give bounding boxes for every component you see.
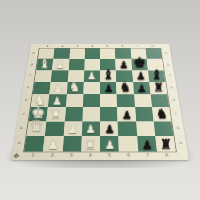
file-label-left-f: f xyxy=(26,70,34,82)
rank-label-bottom-2: 2 xyxy=(42,153,62,158)
square-b3[interactable]: ♟ xyxy=(63,121,82,136)
square-b7[interactable] xyxy=(136,121,155,136)
square-g4[interactable] xyxy=(84,59,100,70)
square-c4[interactable] xyxy=(82,107,100,121)
photo-background: ♝♟♟♚♟♝♟♝♟♞♟♞♟♜♞♟♚♜♟♞♛♟♟♟♟♜♟♟♜ 12345678 1… xyxy=(0,0,200,200)
square-a5[interactable]: ♟ xyxy=(100,136,119,152)
file-label-right-d: d xyxy=(170,94,178,107)
piece-black-rook-a8[interactable]: ♜ xyxy=(160,137,172,150)
rank-label-top-8: 8 xyxy=(145,45,160,48)
coordinate-labels-top: 12345678 xyxy=(40,45,161,48)
piece-black-pawn-e5[interactable]: ♟ xyxy=(104,83,113,93)
square-g2[interactable]: ♟ xyxy=(52,59,69,70)
square-c3[interactable] xyxy=(64,107,82,121)
file-label-right-b: b xyxy=(174,121,183,136)
square-c8[interactable]: ♞ xyxy=(152,107,171,121)
rank-label-top-4: 4 xyxy=(85,45,100,48)
piece-black-bishop-f5[interactable]: ♝ xyxy=(102,68,113,81)
square-g3[interactable] xyxy=(68,59,84,70)
square-d4[interactable] xyxy=(83,94,100,107)
board-squares: ♝♟♟♚♟♝♟♝♟♞♟♞♟♜♞♟♚♜♟♞♛♟♟♟♟♜♟♟♜ xyxy=(24,48,175,151)
rank-label-bottom-5: 5 xyxy=(100,153,119,158)
square-a3[interactable] xyxy=(62,136,82,152)
file-label-right-h: h xyxy=(163,48,170,59)
square-c7[interactable] xyxy=(135,107,154,121)
square-b8[interactable] xyxy=(153,121,173,136)
file-label-right-c: c xyxy=(172,107,181,121)
piece-white-bishop-g1[interactable]: ♝ xyxy=(39,57,50,69)
rank-label-bottom-4: 4 xyxy=(81,153,100,158)
file-label-right-f: f xyxy=(166,70,174,82)
piece-black-rook-e8[interactable]: ♜ xyxy=(153,82,164,94)
piece-white-pawn-a2[interactable]: ♟ xyxy=(47,139,58,151)
piece-black-knight-e6[interactable]: ♞ xyxy=(120,81,131,94)
piece-white-pawn-b3[interactable]: ♟ xyxy=(67,124,77,135)
square-b1[interactable]: ♛ xyxy=(27,121,47,136)
square-f1[interactable] xyxy=(35,70,53,82)
rank-label-bottom-8: 8 xyxy=(157,153,177,158)
square-c5[interactable] xyxy=(100,107,118,121)
rank-label-top-5: 5 xyxy=(100,45,115,48)
square-f7[interactable]: ♟ xyxy=(132,70,149,82)
square-h5[interactable] xyxy=(100,48,116,59)
board-brand-logo-icon: ❖ xyxy=(12,153,20,160)
square-b4[interactable]: ♟ xyxy=(82,121,100,136)
rank-label-bottom-6: 6 xyxy=(119,153,138,158)
square-b2[interactable] xyxy=(45,121,64,136)
square-e2[interactable]: ♟ xyxy=(50,82,68,94)
square-c6[interactable]: ♟ xyxy=(117,107,135,121)
rank-label-bottom-1: 1 xyxy=(23,153,43,158)
piece-white-rook-a4[interactable]: ♜ xyxy=(85,137,97,150)
piece-black-pawn-a7[interactable]: ♟ xyxy=(142,139,153,151)
square-e5[interactable]: ♟ xyxy=(100,82,117,94)
square-e8[interactable]: ♜ xyxy=(149,82,167,94)
chessboard: ♝♟♟♚♟♝♟♝♟♞♟♞♟♜♞♟♚♜♟♞♛♟♟♟♟♜♟♟♜ 12345678 1… xyxy=(11,44,189,160)
square-b5[interactable]: ♟ xyxy=(100,121,118,136)
square-g7[interactable]: ♚ xyxy=(131,59,148,70)
square-f2[interactable] xyxy=(51,70,68,82)
file-label-right-a: a xyxy=(176,136,185,152)
rank-label-top-2: 2 xyxy=(55,45,70,48)
square-h2[interactable] xyxy=(53,48,69,59)
piece-white-pawn-f4[interactable]: ♟ xyxy=(87,71,96,81)
piece-black-pawn-b5[interactable]: ♟ xyxy=(104,124,114,135)
square-a6[interactable] xyxy=(118,136,138,152)
piece-white-pawn-d2[interactable]: ♟ xyxy=(52,96,62,107)
piece-black-pawn-c6[interactable]: ♟ xyxy=(122,109,132,120)
square-a1[interactable] xyxy=(24,136,45,152)
square-d7[interactable] xyxy=(134,94,152,107)
piece-white-pawn-g2[interactable]: ♟ xyxy=(56,60,65,70)
board-border: ♝♟♟♚♟♝♟♝♟♞♟♞♟♜♞♟♚♜♟♞♛♟♟♟♟♜♟♟♜ 12345678 1… xyxy=(11,44,189,160)
file-label-left-e: e xyxy=(24,82,32,94)
piece-white-pawn-a5[interactable]: ♟ xyxy=(104,139,115,151)
piece-black-pawn-g6[interactable]: ♟ xyxy=(119,60,128,70)
piece-black-knight-c8[interactable]: ♞ xyxy=(156,107,168,120)
file-label-right-g: g xyxy=(164,59,171,70)
rank-label-top-6: 6 xyxy=(115,45,130,48)
file-label-left-h: h xyxy=(30,48,37,59)
square-e6[interactable]: ♞ xyxy=(116,82,133,94)
file-label-left-d: d xyxy=(22,94,30,107)
rank-label-bottom-7: 7 xyxy=(138,153,158,158)
square-d5[interactable] xyxy=(100,94,117,107)
piece-black-pawn-e7[interactable]: ♟ xyxy=(137,83,146,93)
square-h6[interactable] xyxy=(115,48,131,59)
square-a7[interactable]: ♟ xyxy=(137,136,157,152)
file-label-left-b: b xyxy=(17,121,26,136)
rank-label-top-7: 7 xyxy=(130,45,145,48)
square-a2[interactable]: ♟ xyxy=(43,136,63,152)
file-label-left-c: c xyxy=(20,107,29,121)
square-c2[interactable]: ♜ xyxy=(47,107,66,121)
rank-label-top-3: 3 xyxy=(70,45,85,48)
file-label-right-e: e xyxy=(168,82,176,94)
piece-white-queen-b1[interactable]: ♛ xyxy=(29,119,43,135)
piece-black-bishop-f8[interactable]: ♝ xyxy=(151,68,162,81)
square-b6[interactable] xyxy=(118,121,137,136)
square-f4[interactable]: ♟ xyxy=(84,70,100,82)
square-e4[interactable] xyxy=(83,82,100,94)
coordinate-labels-bottom: 12345678 xyxy=(23,153,176,158)
square-f5[interactable]: ♝ xyxy=(100,70,116,82)
square-a4[interactable]: ♜ xyxy=(81,136,100,152)
piece-white-pawn-e2[interactable]: ♟ xyxy=(53,83,62,93)
square-d3[interactable] xyxy=(65,94,83,107)
square-h4[interactable] xyxy=(84,48,100,59)
rank-label-bottom-3: 3 xyxy=(62,153,81,158)
square-d6[interactable] xyxy=(117,94,135,107)
piece-black-pawn-f7[interactable]: ♟ xyxy=(136,71,145,81)
piece-white-pawn-b4[interactable]: ♟ xyxy=(86,124,96,135)
square-g6[interactable]: ♟ xyxy=(116,59,132,70)
square-e3[interactable]: ♞ xyxy=(66,82,83,94)
piece-white-knight-e3[interactable]: ♞ xyxy=(69,81,80,94)
rank-label-top-1: 1 xyxy=(40,45,55,48)
piece-black-king-g7[interactable]: ♚ xyxy=(133,55,146,69)
square-g1[interactable]: ♝ xyxy=(36,59,53,70)
square-h8[interactable] xyxy=(145,48,162,59)
square-e7[interactable]: ♟ xyxy=(133,82,151,94)
file-label-left-g: g xyxy=(28,59,35,70)
file-label-left-a: a xyxy=(14,136,23,152)
square-h3[interactable] xyxy=(69,48,85,59)
piece-white-rook-c2[interactable]: ♜ xyxy=(50,108,61,120)
square-a8[interactable]: ♜ xyxy=(155,136,176,152)
